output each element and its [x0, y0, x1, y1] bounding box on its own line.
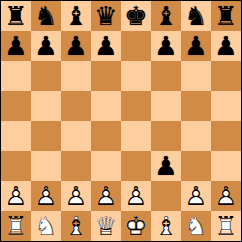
square-c5[interactable]	[61, 91, 91, 121]
square-d7[interactable]: ♟	[91, 31, 121, 61]
black-knight-piece[interactable]: ♞	[181, 1, 211, 31]
square-f1[interactable]: ♝♗	[151, 211, 181, 241]
white-pawn-piece[interactable]: ♟♙	[121, 181, 151, 211]
square-b6[interactable]	[31, 61, 61, 91]
black-pawn-piece[interactable]: ♟	[61, 31, 91, 61]
piece-outline: ♘	[181, 211, 211, 241]
square-h6[interactable]	[211, 61, 241, 91]
white-knight-piece[interactable]: ♞♘	[181, 211, 211, 241]
piece-outline: ♙	[121, 181, 151, 211]
square-g3[interactable]	[181, 151, 211, 181]
square-b5[interactable]	[31, 91, 61, 121]
square-e5[interactable]	[121, 91, 151, 121]
white-queen-piece[interactable]: ♛♕	[91, 211, 121, 241]
black-knight-piece[interactable]: ♞	[31, 1, 61, 31]
square-e1[interactable]: ♚♔	[121, 211, 151, 241]
black-pawn-piece[interactable]: ♟	[211, 31, 241, 61]
square-c8[interactable]: ♝	[61, 1, 91, 31]
square-e2[interactable]: ♟♙	[121, 181, 151, 211]
piece-outline: ♕	[91, 211, 121, 241]
square-f8[interactable]: ♝	[151, 1, 181, 31]
square-d6[interactable]	[91, 61, 121, 91]
square-h7[interactable]: ♟	[211, 31, 241, 61]
square-g8[interactable]: ♞	[181, 1, 211, 31]
piece-outline: ♙	[181, 181, 211, 211]
black-rook-piece[interactable]: ♜	[1, 1, 31, 31]
square-e3[interactable]	[121, 151, 151, 181]
square-c6[interactable]	[61, 61, 91, 91]
white-pawn-piece[interactable]: ♟♙	[61, 181, 91, 211]
square-h1[interactable]: ♜♖	[211, 211, 241, 241]
square-e7[interactable]	[121, 31, 151, 61]
black-pawn-piece[interactable]: ♟	[181, 31, 211, 61]
square-f4[interactable]	[151, 121, 181, 151]
square-g2[interactable]: ♟♙	[181, 181, 211, 211]
square-d1[interactable]: ♛♕	[91, 211, 121, 241]
piece-outline: ♙	[1, 181, 31, 211]
square-d2[interactable]: ♟♙	[91, 181, 121, 211]
piece-outline: ♖	[1, 211, 31, 241]
white-pawn-piece[interactable]: ♟♙	[91, 181, 121, 211]
square-a8[interactable]: ♜	[1, 1, 31, 31]
black-king-piece[interactable]: ♚	[121, 1, 151, 31]
square-b1[interactable]: ♞♘	[31, 211, 61, 241]
square-b2[interactable]: ♟♙	[31, 181, 61, 211]
square-e6[interactable]	[121, 61, 151, 91]
square-d5[interactable]	[91, 91, 121, 121]
white-knight-piece[interactable]: ♞♘	[31, 211, 61, 241]
square-c2[interactable]: ♟♙	[61, 181, 91, 211]
square-f2[interactable]	[151, 181, 181, 211]
black-bishop-piece[interactable]: ♝	[61, 1, 91, 31]
square-g1[interactable]: ♞♘	[181, 211, 211, 241]
square-h8[interactable]: ♜	[211, 1, 241, 31]
square-d4[interactable]	[91, 121, 121, 151]
square-a7[interactable]: ♟	[1, 31, 31, 61]
square-b8[interactable]: ♞	[31, 1, 61, 31]
square-h3[interactable]	[211, 151, 241, 181]
square-c1[interactable]: ♝♗	[61, 211, 91, 241]
square-d8[interactable]: ♛	[91, 1, 121, 31]
black-pawn-piece[interactable]: ♟	[1, 31, 31, 61]
white-pawn-piece[interactable]: ♟♙	[1, 181, 31, 211]
square-b3[interactable]	[31, 151, 61, 181]
square-g7[interactable]: ♟	[181, 31, 211, 61]
white-rook-piece[interactable]: ♜♖	[1, 211, 31, 241]
black-bishop-piece[interactable]: ♝	[151, 1, 181, 31]
white-pawn-piece[interactable]: ♟♙	[31, 181, 61, 211]
square-a1[interactable]: ♜♖	[1, 211, 31, 241]
piece-outline: ♙	[61, 181, 91, 211]
white-king-piece[interactable]: ♚♔	[121, 211, 151, 241]
square-d3[interactable]	[91, 151, 121, 181]
square-f7[interactable]: ♟	[151, 31, 181, 61]
square-h5[interactable]	[211, 91, 241, 121]
piece-outline: ♖	[211, 211, 241, 241]
square-c3[interactable]	[61, 151, 91, 181]
piece-outline: ♙	[91, 181, 121, 211]
white-bishop-piece[interactable]: ♝♗	[61, 211, 91, 241]
square-f6[interactable]	[151, 61, 181, 91]
square-f3[interactable]: ♟	[151, 151, 181, 181]
piece-outline: ♙	[31, 181, 61, 211]
square-e8[interactable]: ♚	[121, 1, 151, 31]
piece-outline: ♘	[31, 211, 61, 241]
piece-outline: ♔	[121, 211, 151, 241]
square-b4[interactable]	[31, 121, 61, 151]
black-rook-piece[interactable]: ♜	[211, 1, 241, 31]
black-queen-piece[interactable]: ♛	[91, 1, 121, 31]
square-e4[interactable]	[121, 121, 151, 151]
piece-outline: ♗	[151, 211, 181, 241]
black-pawn-piece[interactable]: ♟	[151, 31, 181, 61]
white-rook-piece[interactable]: ♜♖	[211, 211, 241, 241]
chess-board-frame: ♜♞♝♛♚♝♞♜♟♟♟♟♟♟♟♟♟♙♟♙♟♙♟♙♟♙♟♙♟♙♜♖♞♘♝♗♛♕♚♔…	[0, 0, 242, 242]
square-a3[interactable]	[1, 151, 31, 181]
white-pawn-piece[interactable]: ♟♙	[181, 181, 211, 211]
square-g4[interactable]	[181, 121, 211, 151]
square-h2[interactable]: ♟♙	[211, 181, 241, 211]
square-a6[interactable]	[1, 61, 31, 91]
square-a2[interactable]: ♟♙	[1, 181, 31, 211]
black-pawn-piece[interactable]: ♟	[91, 31, 121, 61]
black-pawn-piece[interactable]: ♟	[151, 151, 181, 181]
white-pawn-piece[interactable]: ♟♙	[211, 181, 241, 211]
square-c7[interactable]: ♟	[61, 31, 91, 61]
white-bishop-piece[interactable]: ♝♗	[151, 211, 181, 241]
square-h4[interactable]	[211, 121, 241, 151]
piece-outline: ♗	[61, 211, 91, 241]
black-pawn-piece[interactable]: ♟	[31, 31, 61, 61]
square-c4[interactable]	[61, 121, 91, 151]
square-b7[interactable]: ♟	[31, 31, 61, 61]
square-g6[interactable]	[181, 61, 211, 91]
square-a5[interactable]	[1, 91, 31, 121]
chess-board: ♜♞♝♛♚♝♞♜♟♟♟♟♟♟♟♟♟♙♟♙♟♙♟♙♟♙♟♙♟♙♜♖♞♘♝♗♛♕♚♔…	[1, 1, 241, 241]
square-f5[interactable]	[151, 91, 181, 121]
square-g5[interactable]	[181, 91, 211, 121]
piece-outline: ♙	[211, 181, 241, 211]
square-a4[interactable]	[1, 121, 31, 151]
